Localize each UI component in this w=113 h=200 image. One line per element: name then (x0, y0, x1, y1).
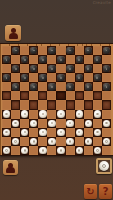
white-piece[interactable] (76, 110, 83, 117)
dark-piece[interactable] (85, 47, 92, 54)
dark-piece[interactable] (39, 74, 46, 81)
dark-piece[interactable] (85, 83, 92, 90)
board-cell (47, 91, 56, 100)
turn-indicator (96, 158, 112, 174)
board-cell (11, 128, 20, 137)
dark-piece[interactable] (57, 56, 64, 63)
board-cell (93, 100, 102, 109)
dark-piece[interactable] (103, 65, 110, 72)
white-piece[interactable] (39, 110, 46, 117)
dark-piece[interactable] (30, 83, 37, 90)
board-cell (84, 91, 93, 100)
dark-piece[interactable] (103, 47, 110, 54)
white-piece[interactable] (103, 138, 110, 145)
white-piece[interactable] (94, 147, 101, 154)
board-cell (29, 128, 38, 137)
board-cell (102, 146, 111, 155)
white-piece[interactable] (12, 120, 19, 127)
dark-piece[interactable] (76, 74, 83, 81)
dark-piece[interactable] (85, 65, 92, 72)
board-cell[interactable] (66, 100, 75, 109)
undo-button[interactable]: ↻ (84, 184, 97, 199)
board-cell (75, 46, 84, 55)
board-cell (75, 119, 84, 128)
white-piece[interactable] (85, 138, 92, 145)
person-icon-torso (9, 33, 18, 39)
board-cell[interactable] (20, 73, 29, 82)
board-cell[interactable] (38, 110, 47, 119)
board-cell[interactable] (29, 100, 38, 109)
dark-piece[interactable] (39, 56, 46, 63)
board-cell[interactable] (66, 82, 75, 91)
white-piece[interactable] (30, 120, 37, 127)
board-cell (66, 73, 75, 82)
dark-piece[interactable] (48, 47, 55, 54)
board-cell[interactable] (47, 46, 56, 55)
dark-piece[interactable] (30, 47, 37, 54)
board-cell (20, 46, 29, 55)
board-cell (102, 128, 111, 137)
white-piece[interactable] (3, 147, 10, 154)
white-piece[interactable] (76, 129, 83, 136)
board-cell (20, 119, 29, 128)
top-player-button[interactable] (5, 25, 21, 41)
white-checker-icon (99, 161, 110, 172)
white-piece[interactable] (57, 110, 64, 117)
board-cell[interactable] (2, 55, 11, 64)
board-cell[interactable] (11, 82, 20, 91)
dark-piece[interactable] (3, 56, 10, 63)
board-cell (102, 73, 111, 82)
board-cell (75, 64, 84, 73)
board-cell (102, 55, 111, 64)
board-cell (38, 100, 47, 109)
board-cell[interactable] (66, 119, 75, 128)
white-piece[interactable] (3, 110, 10, 117)
board-cell[interactable] (47, 82, 56, 91)
board-cell[interactable] (20, 110, 29, 119)
board-cell[interactable] (93, 110, 102, 119)
board-cell[interactable] (56, 146, 65, 155)
board-cell[interactable] (47, 119, 56, 128)
board-cell[interactable] (84, 64, 93, 73)
board-cell[interactable] (75, 146, 84, 155)
board-cell[interactable] (29, 82, 38, 91)
board-cell[interactable] (20, 55, 29, 64)
board-cell[interactable] (66, 64, 75, 73)
board-cell (93, 137, 102, 146)
board-cell (11, 91, 20, 100)
board-cell[interactable] (93, 55, 102, 64)
board-cell (38, 137, 47, 146)
board-cell[interactable] (11, 119, 20, 128)
board-cell[interactable] (38, 91, 47, 100)
board-cell (84, 146, 93, 155)
white-piece[interactable] (57, 147, 64, 154)
board-cell[interactable] (93, 128, 102, 137)
board-cell (56, 137, 65, 146)
board-cell (66, 110, 75, 119)
board-cell (93, 82, 102, 91)
white-piece[interactable] (21, 147, 28, 154)
board-cell (2, 46, 11, 55)
dark-piece[interactable] (66, 47, 73, 54)
board-cell (2, 119, 11, 128)
board-cell[interactable] (84, 82, 93, 91)
board-cell[interactable] (93, 91, 102, 100)
board-cell[interactable] (75, 91, 84, 100)
white-piece[interactable] (103, 120, 110, 127)
board-cell[interactable] (93, 73, 102, 82)
board-cell[interactable] (20, 91, 29, 100)
board-cell[interactable] (75, 55, 84, 64)
dark-piece[interactable] (21, 56, 28, 63)
board-cell[interactable] (75, 128, 84, 137)
white-piece[interactable] (76, 147, 83, 154)
dark-piece[interactable] (94, 74, 101, 81)
board-cell (102, 91, 111, 100)
board-cell[interactable] (84, 137, 93, 146)
board-cell[interactable] (29, 46, 38, 55)
board-cell (29, 110, 38, 119)
board-cell[interactable] (38, 128, 47, 137)
board-cell[interactable] (102, 64, 111, 73)
board-cell[interactable] (47, 64, 56, 73)
board-cell[interactable] (11, 100, 20, 109)
dark-piece[interactable] (48, 83, 55, 90)
board-cell (47, 128, 56, 137)
board-grid (2, 46, 111, 155)
board-cell (75, 82, 84, 91)
board-cell[interactable] (66, 46, 75, 55)
white-piece[interactable] (94, 110, 101, 117)
board-cell (102, 110, 111, 119)
dark-piece[interactable] (94, 56, 101, 63)
board-cell[interactable] (84, 46, 93, 55)
board-cell (84, 128, 93, 137)
board-cell (84, 55, 93, 64)
white-piece[interactable] (39, 129, 46, 136)
person-icon (3, 160, 18, 175)
dark-piece[interactable] (66, 83, 73, 90)
board-cell[interactable] (75, 110, 84, 119)
board-cell[interactable] (102, 46, 111, 55)
board-cell[interactable] (102, 119, 111, 128)
board-cell (47, 55, 56, 64)
white-piece[interactable] (39, 147, 46, 154)
board-cell (29, 73, 38, 82)
board-cell[interactable] (11, 46, 20, 55)
white-piece[interactable] (57, 129, 64, 136)
board-cell[interactable] (56, 110, 65, 119)
board-cell (2, 100, 11, 109)
board-cell (11, 110, 20, 119)
board-cell (2, 137, 11, 146)
board-cell[interactable] (2, 146, 11, 155)
board-cell (20, 82, 29, 91)
board-cell[interactable] (2, 110, 11, 119)
board-cell[interactable] (20, 146, 29, 155)
white-piece[interactable] (94, 129, 101, 136)
checkers-board (0, 43, 113, 156)
board-cell (93, 64, 102, 73)
dark-piece[interactable] (12, 83, 19, 90)
board-cell (38, 64, 47, 73)
board-cell (56, 82, 65, 91)
board-cell[interactable] (93, 146, 102, 155)
board-cell (29, 91, 38, 100)
dark-piece[interactable] (12, 65, 19, 72)
board-cell (20, 64, 29, 73)
board-cell (11, 146, 20, 155)
board-cell (66, 146, 75, 155)
board-cell (56, 119, 65, 128)
board-cell (84, 73, 93, 82)
white-piece[interactable] (12, 138, 19, 145)
board-cell[interactable] (66, 137, 75, 146)
board-cell (93, 46, 102, 55)
board-cell (66, 91, 75, 100)
dark-piece[interactable] (3, 74, 10, 81)
board-cell[interactable] (20, 128, 29, 137)
board-cell (93, 119, 102, 128)
board-cell (20, 137, 29, 146)
white-piece[interactable] (3, 129, 10, 136)
white-piece[interactable] (66, 120, 73, 127)
board-cell[interactable] (47, 100, 56, 109)
watermark-text: Creavite (93, 1, 111, 5)
board-cell[interactable] (2, 91, 11, 100)
dark-piece[interactable] (30, 65, 37, 72)
board-cell[interactable] (47, 137, 56, 146)
person-icon-torso (6, 167, 15, 173)
bottom-player-button[interactable] (3, 160, 18, 175)
app-screen: Creavite ↻ ? (0, 0, 113, 200)
board-cell[interactable] (29, 64, 38, 73)
board-cell[interactable] (38, 55, 47, 64)
white-piece[interactable] (21, 110, 28, 117)
dark-piece[interactable] (21, 74, 28, 81)
white-piece[interactable] (21, 129, 28, 136)
board-cell[interactable] (11, 137, 20, 146)
board-cell (56, 64, 65, 73)
board-cell (11, 73, 20, 82)
board-cell (56, 46, 65, 55)
board-cell[interactable] (2, 73, 11, 82)
board-cell[interactable] (56, 128, 65, 137)
undo-icon: ↻ (86, 187, 94, 197)
white-piece[interactable] (48, 120, 55, 127)
white-piece[interactable] (30, 138, 37, 145)
dark-piece[interactable] (76, 56, 83, 63)
board-cell (38, 119, 47, 128)
board-cell (66, 55, 75, 64)
dark-piece[interactable] (48, 65, 55, 72)
board-cell[interactable] (84, 100, 93, 109)
board-cell (75, 137, 84, 146)
white-piece[interactable] (85, 120, 92, 127)
dark-piece[interactable] (12, 47, 19, 54)
board-cell[interactable] (56, 91, 65, 100)
dark-piece[interactable] (57, 74, 64, 81)
board-cell (84, 110, 93, 119)
board-cell (20, 100, 29, 109)
help-button[interactable]: ? (99, 184, 112, 199)
board-cell[interactable] (75, 73, 84, 82)
board-cell[interactable] (56, 73, 65, 82)
board-cell (2, 64, 11, 73)
board-cell[interactable] (38, 73, 47, 82)
dark-piece[interactable] (103, 83, 110, 90)
board-cell[interactable] (102, 82, 111, 91)
board-cell (47, 110, 56, 119)
board-cell[interactable] (11, 64, 20, 73)
board-cell[interactable] (29, 119, 38, 128)
person-icon (5, 25, 21, 41)
board-cell[interactable] (102, 100, 111, 109)
board-cell (29, 55, 38, 64)
board-cell[interactable] (29, 137, 38, 146)
white-piece[interactable] (48, 138, 55, 145)
board-cell (47, 146, 56, 155)
board-cell (66, 128, 75, 137)
help-icon: ? (102, 186, 108, 197)
white-piece[interactable] (66, 138, 73, 145)
board-cell[interactable] (38, 146, 47, 155)
board-cell (29, 146, 38, 155)
dark-piece[interactable] (66, 65, 73, 72)
board-cell[interactable] (56, 55, 65, 64)
board-cell[interactable] (2, 128, 11, 137)
board-cell (75, 100, 84, 109)
board-cell (11, 55, 20, 64)
board-cell (56, 100, 65, 109)
board-cell (2, 82, 11, 91)
board-cell (47, 73, 56, 82)
board-cell[interactable] (84, 119, 93, 128)
board-cell (38, 46, 47, 55)
board-cell[interactable] (102, 137, 111, 146)
board-cell (38, 82, 47, 91)
